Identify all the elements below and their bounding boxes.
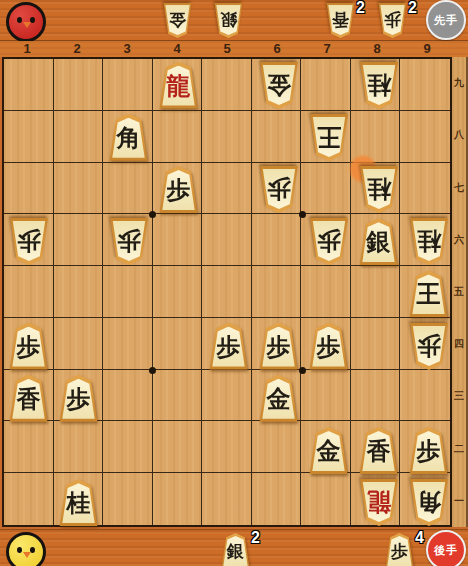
file-coordinates: 123456789 <box>0 41 468 57</box>
shogi-piece[interactable]: 歩 <box>8 323 50 370</box>
rank-label: 九 <box>452 57 466 109</box>
board-cell[interactable] <box>153 111 203 163</box>
shogi-piece[interactable]: 金 <box>308 427 350 474</box>
piece-kanji: 銀 <box>220 12 237 29</box>
board-cell[interactable] <box>4 163 54 215</box>
shogi-piece[interactable]: 歩 <box>8 218 50 265</box>
shogi-piece[interactable]: 歩 <box>108 218 150 265</box>
file-label: 5 <box>202 41 252 56</box>
piece-kanji: 歩 <box>267 177 291 201</box>
board-cell[interactable] <box>153 318 203 370</box>
piece-kanji: 香 <box>367 439 391 463</box>
board-cell[interactable] <box>4 111 54 163</box>
shogi-piece[interactable]: 歩 <box>258 323 300 370</box>
hand-piece-count: 2 <box>356 0 365 17</box>
piece-kanji: 歩 <box>317 229 341 253</box>
board-cell[interactable] <box>252 111 302 163</box>
board-cell[interactable] <box>301 59 351 111</box>
board-cell[interactable] <box>103 421 153 473</box>
shogi-app: 金銀香2歩2 先手 123456789 龍金桂角王歩歩桂歩歩歩銀桂王歩歩歩歩歩香… <box>0 0 468 566</box>
file-label: 9 <box>402 41 452 56</box>
board-cell[interactable] <box>202 163 252 215</box>
board-cell[interactable] <box>54 318 104 370</box>
file-label: 8 <box>352 41 402 56</box>
piece-kanji: 銀 <box>367 230 391 254</box>
piece-kanji: 王 <box>317 125 341 149</box>
piece-kanji: 香 <box>17 387 41 411</box>
board-cell[interactable] <box>351 370 401 422</box>
board-cell[interactable] <box>202 370 252 422</box>
shogi-piece[interactable]: 銀 <box>213 3 244 38</box>
board-cell[interactable] <box>400 59 450 111</box>
board-cell[interactable] <box>153 473 203 525</box>
bottom-player-badge-label: 後手 <box>434 543 458 558</box>
shogi-piece[interactable]: 桂 <box>358 62 400 109</box>
board-cell[interactable] <box>252 473 302 525</box>
shogi-piece[interactable]: 桂 <box>58 479 100 526</box>
board-cell[interactable] <box>54 266 104 318</box>
top-player-badge: 先手 <box>426 0 466 40</box>
bottom-player-hand: 銀2歩4 <box>0 530 468 566</box>
board-cell[interactable] <box>202 421 252 473</box>
board-cell[interactable] <box>252 266 302 318</box>
board-cell[interactable] <box>202 214 252 266</box>
shogi-piece[interactable]: 金 <box>258 375 300 422</box>
board-cell[interactable] <box>351 318 401 370</box>
piece-kanji: 歩 <box>267 335 291 359</box>
star-point <box>299 211 306 218</box>
piece-kanji: 歩 <box>391 543 408 560</box>
piece-kanji: 歩 <box>117 229 141 253</box>
hand-piece-count: 2 <box>408 0 417 17</box>
shogi-piece[interactable]: 銀 <box>220 533 251 566</box>
board-cell[interactable] <box>202 473 252 525</box>
rank-label: 五 <box>452 266 466 318</box>
board-cell[interactable] <box>103 370 153 422</box>
shogi-piece[interactable]: 龍 <box>158 62 200 109</box>
board-cell[interactable] <box>54 421 104 473</box>
piece-kanji: 歩 <box>17 229 41 253</box>
file-label: 4 <box>152 41 202 56</box>
board-cell[interactable] <box>4 266 54 318</box>
shogi-piece[interactable]: 歩 <box>408 427 450 474</box>
board-cell[interactable] <box>54 214 104 266</box>
piece-kanji: 角 <box>117 126 141 150</box>
rank-label: 一 <box>452 475 466 527</box>
piece-kanji: 歩 <box>67 387 91 411</box>
shogi-piece[interactable]: 香 <box>8 375 50 422</box>
rank-label: 二 <box>452 423 466 475</box>
board-cell[interactable] <box>4 59 54 111</box>
board-cell[interactable] <box>400 370 450 422</box>
piece-kanji: 桂 <box>417 229 441 253</box>
board-cell[interactable] <box>202 111 252 163</box>
shogi-piece[interactable]: 王 <box>408 270 450 317</box>
shogi-piece[interactable]: 銀 <box>358 218 400 265</box>
piece-kanji: 金 <box>317 439 341 463</box>
rank-coordinates: 九八七六五四三二一 <box>452 57 468 527</box>
file-label: 2 <box>52 41 102 56</box>
shogi-piece[interactable]: 金 <box>162 3 193 38</box>
shogi-piece[interactable]: 香 <box>358 427 400 474</box>
board-cell[interactable] <box>103 266 153 318</box>
board-cell[interactable] <box>400 163 450 215</box>
board-cell[interactable] <box>103 473 153 525</box>
board-cell[interactable] <box>103 318 153 370</box>
board-cell[interactable] <box>153 421 203 473</box>
shogi-piece[interactable]: 歩 <box>158 166 200 213</box>
piece-kanji: 歩 <box>167 178 191 202</box>
shogi-board[interactable]: 龍金桂角王歩歩桂歩歩歩銀桂王歩歩歩歩歩香歩金金香歩桂龍角 <box>2 57 452 527</box>
board-cell[interactable] <box>400 111 450 163</box>
board-cell[interactable] <box>301 163 351 215</box>
piece-kanji: 歩 <box>17 335 41 359</box>
shogi-piece[interactable]: 歩 <box>308 323 350 370</box>
rank-label: 三 <box>452 370 466 422</box>
piece-kanji: 桂 <box>367 177 391 201</box>
shogi-piece[interactable]: 角 <box>108 114 150 161</box>
board-cell[interactable] <box>153 266 203 318</box>
board-cell[interactable] <box>153 370 203 422</box>
file-label: 3 <box>102 41 152 56</box>
shogi-piece[interactable]: 香 <box>325 3 356 38</box>
rank-label: 八 <box>452 109 466 161</box>
piece-kanji: 桂 <box>67 491 91 515</box>
piece-kanji: 歩 <box>417 334 441 358</box>
star-point <box>149 211 156 218</box>
piece-kanji: 金 <box>169 12 186 29</box>
board-cell[interactable] <box>252 214 302 266</box>
file-label: 7 <box>302 41 352 56</box>
board-cell[interactable] <box>153 214 203 266</box>
rank-label: 四 <box>452 318 466 370</box>
rank-label: 六 <box>452 214 466 266</box>
piece-kanji: 王 <box>417 282 441 306</box>
board-cell[interactable] <box>351 266 401 318</box>
bottom-player-bar: 銀2歩4 後手 <box>0 529 468 566</box>
shogi-piece[interactable]: 歩 <box>258 166 300 213</box>
piece-kanji: 龍 <box>367 490 391 514</box>
top-player-bar: 金銀香2歩2 先手 <box>0 0 468 41</box>
board-cell[interactable] <box>301 266 351 318</box>
shogi-piece[interactable]: 王 <box>308 114 350 161</box>
rank-label: 七 <box>452 161 466 213</box>
piece-kanji: 香 <box>332 12 349 29</box>
board-cell[interactable] <box>4 473 54 525</box>
shogi-piece[interactable]: 角 <box>408 479 450 526</box>
piece-kanji: 歩 <box>217 335 241 359</box>
piece-kanji: 歩 <box>384 12 401 29</box>
shogi-piece[interactable]: 龍 <box>358 479 400 526</box>
shogi-piece[interactable]: 桂 <box>358 166 400 213</box>
shogi-piece[interactable]: 歩 <box>377 3 408 38</box>
piece-kanji: 龍 <box>167 74 191 98</box>
board-cell[interactable] <box>54 163 104 215</box>
board-cell[interactable] <box>54 111 104 163</box>
piece-kanji: 金 <box>267 73 291 97</box>
board-cell[interactable] <box>103 163 153 215</box>
file-label: 1 <box>2 41 52 56</box>
board-cell[interactable] <box>103 59 153 111</box>
shogi-piece[interactable]: 歩 <box>208 323 250 370</box>
shogi-piece[interactable]: 金 <box>258 62 300 109</box>
file-label: 6 <box>252 41 302 56</box>
shogi-piece[interactable]: 歩 <box>408 323 450 370</box>
board-cell[interactable] <box>4 421 54 473</box>
piece-kanji: 銀 <box>227 543 244 560</box>
piece-kanji: 金 <box>267 387 291 411</box>
hand-piece-count: 2 <box>251 529 260 547</box>
piece-kanji: 角 <box>417 490 441 514</box>
shogi-piece[interactable]: 歩 <box>308 218 350 265</box>
board-cell[interactable] <box>301 370 351 422</box>
board-cell[interactable] <box>301 473 351 525</box>
shogi-piece[interactable]: 歩 <box>384 533 415 566</box>
top-player-badge-label: 先手 <box>434 13 458 28</box>
bottom-player-badge: 後手 <box>426 530 466 566</box>
shogi-piece[interactable]: 歩 <box>58 375 100 422</box>
shogi-piece[interactable]: 桂 <box>408 218 450 265</box>
piece-kanji: 歩 <box>417 439 441 463</box>
board-cell[interactable] <box>54 59 104 111</box>
top-player-hand: 金銀香2歩2 <box>0 0 468 40</box>
piece-kanji: 桂 <box>367 73 391 97</box>
piece-kanji: 歩 <box>317 335 341 359</box>
hand-piece-count: 4 <box>415 529 424 547</box>
board-cell[interactable] <box>202 266 252 318</box>
board-cell[interactable] <box>202 59 252 111</box>
board-cell[interactable] <box>252 421 302 473</box>
